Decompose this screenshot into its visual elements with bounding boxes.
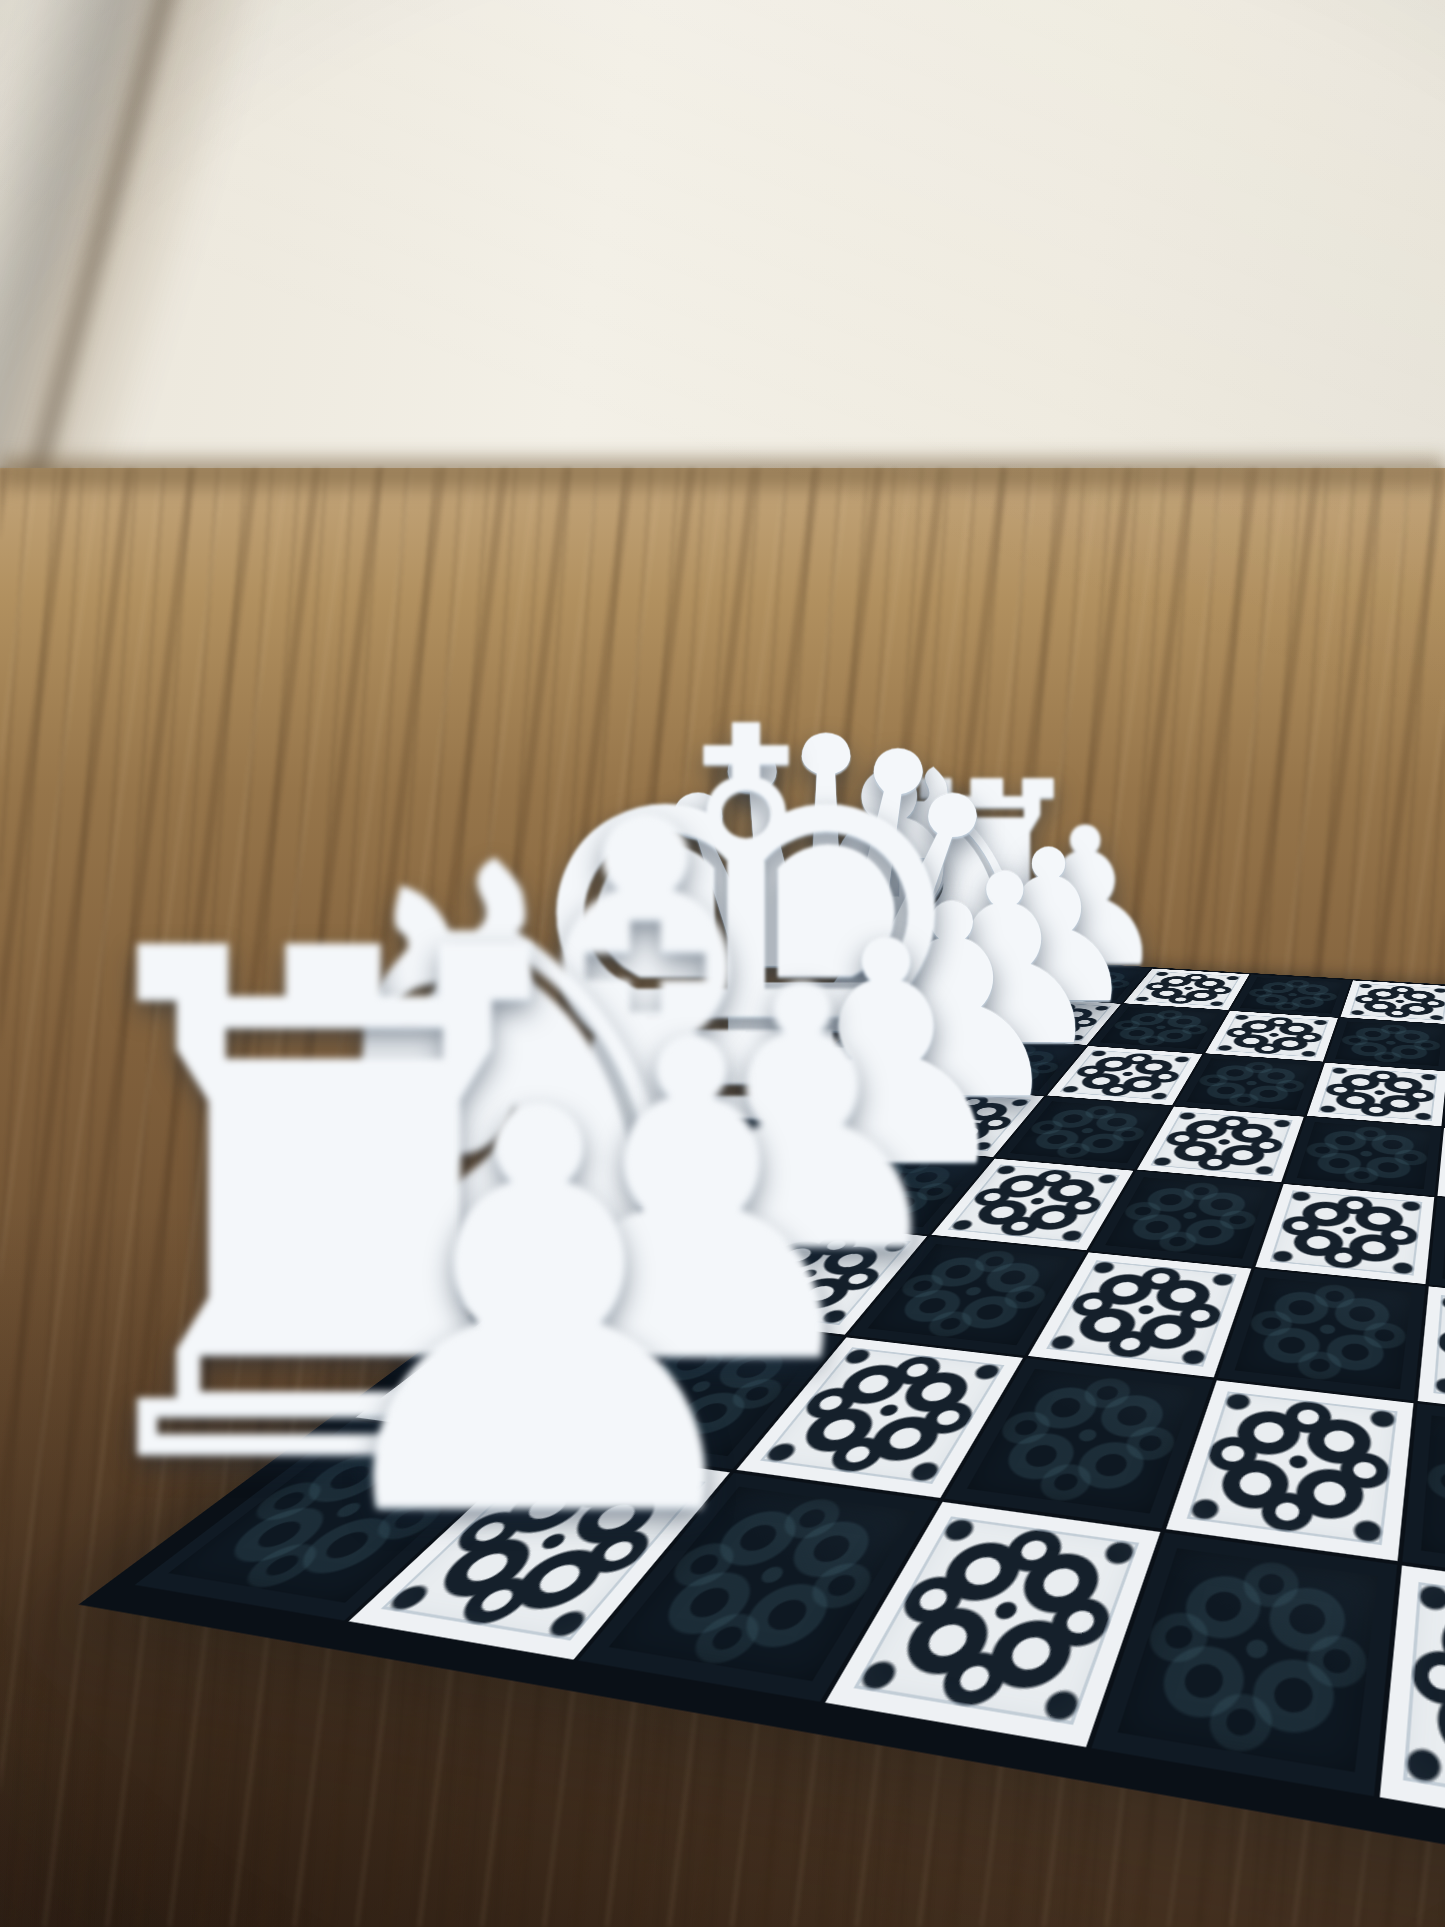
square-e5 — [1255, 1184, 1434, 1284]
square-b4 — [1205, 1011, 1338, 1062]
board — [79, 956, 1445, 1927]
square-b5 — [1325, 1018, 1445, 1070]
square-a5 — [1340, 980, 1445, 1024]
board-anchor — [0, 0, 1445, 1927]
square-c4 — [1175, 1054, 1323, 1115]
square-d5 — [1284, 1117, 1441, 1196]
square-a4 — [1230, 974, 1351, 1017]
photo-of-3d-printed-chess-set: ♜♞♝♚♛♝♞♜♟♟♟♟♟♟♟♟ — [0, 0, 1445, 1927]
square-c5 — [1307, 1063, 1445, 1127]
square-f5 — [1218, 1269, 1426, 1401]
